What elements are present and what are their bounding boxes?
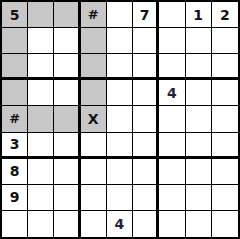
cell-r1c2[interactable] [28, 2, 54, 28]
digit-7: 7 [140, 8, 150, 22]
cell-r1c9[interactable]: 2 [212, 2, 238, 28]
cell-r5c3[interactable] [54, 106, 80, 132]
cell-r6c7[interactable] [159, 133, 185, 159]
cell-r6c6[interactable] [133, 133, 159, 159]
cell-r8c5[interactable] [107, 185, 133, 211]
cell-r3c2[interactable] [28, 54, 54, 80]
cell-r7c6[interactable] [133, 159, 159, 185]
cell-r9c1[interactable] [2, 211, 28, 237]
cell-r1c1[interactable]: 5 [2, 2, 28, 28]
puzzle-board: 5#7124#X3894 [0, 0, 240, 239]
cell-r7c9[interactable] [212, 159, 238, 185]
cell-r5c8[interactable] [186, 106, 212, 132]
cell-r6c2[interactable] [28, 133, 54, 159]
cell-r9c8[interactable] [186, 211, 212, 237]
cell-r3c9[interactable] [212, 54, 238, 80]
cell-r4c6[interactable] [133, 80, 159, 106]
cell-r3c1[interactable] [2, 54, 28, 80]
cell-r4c3[interactable] [54, 80, 80, 106]
cell-r9c9[interactable] [212, 211, 238, 237]
cell-r9c4[interactable] [81, 211, 107, 237]
cell-r2c7[interactable] [159, 28, 185, 54]
cell-r7c4[interactable] [81, 159, 107, 185]
cell-r6c1[interactable]: 3 [2, 133, 28, 159]
cell-r6c5[interactable] [107, 133, 133, 159]
x-marker: X [88, 112, 99, 126]
cell-r6c4[interactable] [81, 133, 107, 159]
cell-r4c2[interactable] [28, 80, 54, 106]
cell-r2c3[interactable] [54, 28, 80, 54]
cell-r5c7[interactable] [159, 106, 185, 132]
digit-2: 2 [220, 8, 230, 22]
digit-4: 4 [115, 217, 125, 231]
cell-r7c8[interactable] [186, 159, 212, 185]
hash-marker: # [88, 8, 99, 21]
cell-r8c6[interactable] [133, 185, 159, 211]
cell-r5c4[interactable]: X [81, 106, 107, 132]
cell-r4c7[interactable]: 4 [159, 80, 185, 106]
cell-r1c5[interactable] [107, 2, 133, 28]
hash-marker: # [9, 112, 20, 125]
cell-r1c8[interactable]: 1 [186, 2, 212, 28]
cell-r5c5[interactable] [107, 106, 133, 132]
cell-r4c4[interactable] [81, 80, 107, 106]
cell-r3c4[interactable] [81, 54, 107, 80]
digit-4: 4 [167, 86, 177, 100]
cell-r5c2[interactable] [28, 106, 54, 132]
digit-5: 5 [10, 8, 20, 22]
cell-r2c2[interactable] [28, 28, 54, 54]
cell-r9c5[interactable]: 4 [107, 211, 133, 237]
digit-3: 3 [10, 137, 20, 151]
cell-r3c5[interactable] [107, 54, 133, 80]
cell-r1c4[interactable]: # [81, 2, 107, 28]
cell-r4c8[interactable] [186, 80, 212, 106]
cell-r8c7[interactable] [159, 185, 185, 211]
cell-r4c5[interactable] [107, 80, 133, 106]
cell-r4c1[interactable] [2, 80, 28, 106]
cell-r3c3[interactable] [54, 54, 80, 80]
cell-r7c3[interactable] [54, 159, 80, 185]
cell-r3c6[interactable] [133, 54, 159, 80]
cell-r7c1[interactable]: 8 [2, 159, 28, 185]
cell-r8c8[interactable] [186, 185, 212, 211]
cell-r3c7[interactable] [159, 54, 185, 80]
cell-r1c3[interactable] [54, 2, 80, 28]
cell-r2c9[interactable] [212, 28, 238, 54]
cell-r6c3[interactable] [54, 133, 80, 159]
digit-8: 8 [10, 164, 20, 178]
cell-r3c8[interactable] [186, 54, 212, 80]
cell-r2c5[interactable] [107, 28, 133, 54]
cell-r8c2[interactable] [28, 185, 54, 211]
cell-r9c2[interactable] [28, 211, 54, 237]
cell-r9c6[interactable] [133, 211, 159, 237]
cell-r2c6[interactable] [133, 28, 159, 54]
cell-r1c6[interactable]: 7 [133, 2, 159, 28]
cell-r8c4[interactable] [81, 185, 107, 211]
cell-r2c8[interactable] [186, 28, 212, 54]
digit-1: 1 [193, 8, 203, 22]
cell-r8c9[interactable] [212, 185, 238, 211]
cell-r4c9[interactable] [212, 80, 238, 106]
cell-r2c1[interactable] [2, 28, 28, 54]
cell-r2c4[interactable] [81, 28, 107, 54]
cell-r6c8[interactable] [186, 133, 212, 159]
cell-r5c6[interactable] [133, 106, 159, 132]
cell-r7c5[interactable] [107, 159, 133, 185]
cell-r8c3[interactable] [54, 185, 80, 211]
cell-r9c3[interactable] [54, 211, 80, 237]
cell-r5c1[interactable]: # [2, 106, 28, 132]
cell-r6c9[interactable] [212, 133, 238, 159]
cell-r9c7[interactable] [159, 211, 185, 237]
cell-r1c7[interactable] [159, 2, 185, 28]
digit-9: 9 [10, 190, 20, 204]
cell-r7c2[interactable] [28, 159, 54, 185]
cell-r8c1[interactable]: 9 [2, 185, 28, 211]
cell-r5c9[interactable] [212, 106, 238, 132]
cell-r7c7[interactable] [159, 159, 185, 185]
